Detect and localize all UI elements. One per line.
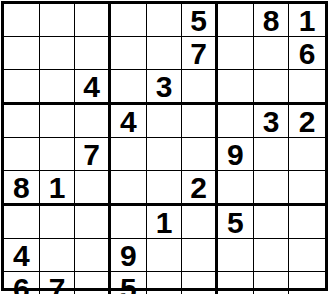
cell-r9c8-empty[interactable] xyxy=(254,272,290,294)
cell-r7c7-given[interactable]: 5 xyxy=(218,206,254,239)
cell-r1c9-given[interactable]: 1 xyxy=(289,4,325,37)
cell-r3c8-empty[interactable] xyxy=(254,70,290,105)
cell-r7c8-empty[interactable] xyxy=(254,206,290,239)
cell-r1c4-empty[interactable] xyxy=(111,4,147,37)
cell-r1c3-empty[interactable] xyxy=(75,4,111,37)
cell-r7c5-given[interactable]: 1 xyxy=(147,206,183,239)
cell-r5c4-empty[interactable] xyxy=(111,138,147,171)
cell-r4c3-empty[interactable] xyxy=(75,105,111,138)
cell-r2c2-empty[interactable] xyxy=(40,37,76,70)
cell-r1c2-empty[interactable] xyxy=(40,4,76,37)
cell-r8c6-empty[interactable] xyxy=(182,239,218,272)
cell-r3c2-empty[interactable] xyxy=(40,70,76,105)
cell-r9c4-given[interactable]: 5 xyxy=(111,272,147,294)
cell-r5c5-empty[interactable] xyxy=(147,138,183,171)
cell-r7c9-empty[interactable] xyxy=(289,206,325,239)
cell-r8c2-empty[interactable] xyxy=(40,239,76,272)
cell-r2c1-empty[interactable] xyxy=(4,37,40,70)
cell-r6c6-given[interactable]: 2 xyxy=(182,171,218,206)
cell-r2c7-empty[interactable] xyxy=(218,37,254,70)
cell-r3c6-empty[interactable] xyxy=(182,70,218,105)
cell-r9c6-empty[interactable] xyxy=(182,272,218,294)
cell-r1c8-given[interactable]: 8 xyxy=(254,4,290,37)
cell-r4c6-empty[interactable] xyxy=(182,105,218,138)
cell-r8c3-empty[interactable] xyxy=(75,239,111,272)
cell-r2c3-empty[interactable] xyxy=(75,37,111,70)
sudoku-board: 5817643432798121549675 xyxy=(1,1,328,291)
cell-r9c1-given[interactable]: 6 xyxy=(4,272,40,294)
cell-r3c4-empty[interactable] xyxy=(111,70,147,105)
cell-r1c1-empty[interactable] xyxy=(4,4,40,37)
cell-r8c5-empty[interactable] xyxy=(147,239,183,272)
cell-r9c2-given[interactable]: 7 xyxy=(40,272,76,294)
cell-r7c1-empty[interactable] xyxy=(4,206,40,239)
cell-r5c7-given[interactable]: 9 xyxy=(218,138,254,171)
cell-r7c2-empty[interactable] xyxy=(40,206,76,239)
cell-r6c2-given[interactable]: 1 xyxy=(40,171,76,206)
cell-r9c9-empty[interactable] xyxy=(289,272,325,294)
cell-r2c5-empty[interactable] xyxy=(147,37,183,70)
cell-r4c9-given[interactable]: 2 xyxy=(289,105,325,138)
cell-r4c7-empty[interactable] xyxy=(218,105,254,138)
cell-r6c9-empty[interactable] xyxy=(289,171,325,206)
cell-r1c6-given[interactable]: 5 xyxy=(182,4,218,37)
cell-r8c8-empty[interactable] xyxy=(254,239,290,272)
cell-r2c4-empty[interactable] xyxy=(111,37,147,70)
cell-r8c9-empty[interactable] xyxy=(289,239,325,272)
cell-r4c1-empty[interactable] xyxy=(4,105,40,138)
cell-r4c8-given[interactable]: 3 xyxy=(254,105,290,138)
cell-r3c9-empty[interactable] xyxy=(289,70,325,105)
cell-r5c3-given[interactable]: 7 xyxy=(75,138,111,171)
cell-r2c6-given[interactable]: 7 xyxy=(182,37,218,70)
cell-r6c3-empty[interactable] xyxy=(75,171,111,206)
cell-r3c5-given[interactable]: 3 xyxy=(147,70,183,105)
cell-r1c7-empty[interactable] xyxy=(218,4,254,37)
cell-r7c4-empty[interactable] xyxy=(111,206,147,239)
cell-r5c9-empty[interactable] xyxy=(289,138,325,171)
cell-r5c6-empty[interactable] xyxy=(182,138,218,171)
cell-r1c5-empty[interactable] xyxy=(147,4,183,37)
cell-r4c4-given[interactable]: 4 xyxy=(111,105,147,138)
cell-r5c2-empty[interactable] xyxy=(40,138,76,171)
cell-r7c3-empty[interactable] xyxy=(75,206,111,239)
cell-r7c6-empty[interactable] xyxy=(182,206,218,239)
cell-r9c7-empty[interactable] xyxy=(218,272,254,294)
cell-r3c1-empty[interactable] xyxy=(4,70,40,105)
cell-r4c5-empty[interactable] xyxy=(147,105,183,138)
cell-r5c1-empty[interactable] xyxy=(4,138,40,171)
cell-r6c1-given[interactable]: 8 xyxy=(4,171,40,206)
cell-r3c7-empty[interactable] xyxy=(218,70,254,105)
cell-r9c5-empty[interactable] xyxy=(147,272,183,294)
cell-r6c5-empty[interactable] xyxy=(147,171,183,206)
cell-r3c3-given[interactable]: 4 xyxy=(75,70,111,105)
cell-r6c8-empty[interactable] xyxy=(254,171,290,206)
cell-r8c1-given[interactable]: 4 xyxy=(4,239,40,272)
cell-r8c4-given[interactable]: 9 xyxy=(111,239,147,272)
cell-r9c3-empty[interactable] xyxy=(75,272,111,294)
cell-r6c4-empty[interactable] xyxy=(111,171,147,206)
cell-r5c8-empty[interactable] xyxy=(254,138,290,171)
cell-r4c2-empty[interactable] xyxy=(40,105,76,138)
cell-r6c7-empty[interactable] xyxy=(218,171,254,206)
cell-r2c9-given[interactable]: 6 xyxy=(289,37,325,70)
cell-r8c7-empty[interactable] xyxy=(218,239,254,272)
cell-r2c8-empty[interactable] xyxy=(254,37,290,70)
